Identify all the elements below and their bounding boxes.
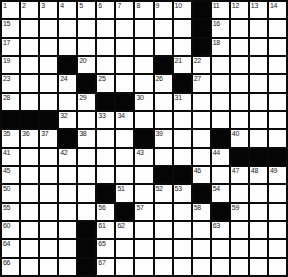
- clue-number-29: 29: [79, 94, 86, 102]
- cell-r3c4[interactable]: [59, 39, 76, 55]
- cell-r7c15[interactable]: [269, 112, 286, 128]
- clue-number-30: 30: [136, 94, 143, 102]
- cell-r10c7[interactable]: [116, 167, 133, 183]
- clue-number-33: 33: [98, 112, 105, 120]
- cell-r7c6[interactable]: 33: [97, 112, 114, 128]
- cell-r2c10[interactable]: [174, 20, 191, 36]
- cell-r1c15[interactable]: 14: [269, 2, 286, 18]
- cell-r11c13[interactable]: [231, 185, 248, 201]
- cell-r8c2[interactable]: 36: [21, 130, 38, 146]
- clue-number-46: 46: [194, 167, 201, 175]
- cell-r8c10[interactable]: [174, 130, 191, 146]
- black-cell-r11c6: [97, 185, 114, 201]
- cell-r13c12[interactable]: 63: [212, 222, 229, 238]
- cell-r4c8[interactable]: [135, 57, 152, 73]
- cell-r1c7[interactable]: 7: [116, 2, 133, 18]
- cell-r10c8[interactable]: [135, 167, 152, 183]
- cell-r7c10[interactable]: [174, 112, 191, 128]
- clue-number-40: 40: [232, 130, 239, 138]
- cell-r6c3[interactable]: [40, 94, 57, 110]
- clue-number-21: 21: [175, 57, 182, 65]
- clue-number-17: 17: [3, 39, 10, 47]
- cell-r5c14[interactable]: [250, 75, 267, 91]
- cell-r11c7[interactable]: 51: [116, 185, 133, 201]
- cell-r14c13[interactable]: [231, 240, 248, 256]
- cell-r14c11[interactable]: [193, 240, 210, 256]
- clue-number-32: 32: [60, 112, 67, 120]
- cell-r8c14[interactable]: [250, 130, 267, 146]
- clue-number-55: 55: [3, 204, 10, 212]
- cell-r5c6[interactable]: 25: [97, 75, 114, 91]
- clue-number-9: 9: [156, 2, 160, 10]
- cell-r3c14[interactable]: [250, 39, 267, 55]
- clue-number-60: 60: [3, 222, 10, 230]
- cell-r12c8[interactable]: 57: [135, 204, 152, 220]
- cell-r1c13[interactable]: 12: [231, 2, 248, 18]
- cell-r6c4[interactable]: [59, 94, 76, 110]
- cell-r15c8[interactable]: [135, 259, 152, 275]
- cell-r14c7[interactable]: [116, 240, 133, 256]
- cell-r15c12[interactable]: [212, 259, 229, 275]
- cell-r12c4[interactable]: [59, 204, 76, 220]
- cell-r13c11[interactable]: [193, 222, 210, 238]
- clue-number-50: 50: [3, 185, 10, 193]
- cell-r15c13[interactable]: [231, 259, 248, 275]
- cell-r1c3[interactable]: 3: [40, 2, 57, 18]
- cell-r9c8[interactable]: 43: [135, 149, 152, 165]
- cell-r8c15[interactable]: [269, 130, 286, 146]
- cell-r10c2[interactable]: [21, 167, 38, 183]
- clue-number-39: 39: [156, 130, 163, 138]
- black-cell-r8c8: [135, 130, 152, 146]
- clue-number-52: 52: [156, 185, 163, 193]
- clue-number-37: 37: [41, 130, 48, 138]
- black-cell-r8c4: [59, 130, 76, 146]
- cell-r13c3[interactable]: [40, 222, 57, 238]
- clue-number-26: 26: [156, 75, 163, 83]
- cell-r1c2[interactable]: 2: [21, 2, 38, 18]
- cell-r5c9[interactable]: 26: [155, 75, 172, 91]
- cell-r14c6[interactable]: 65: [97, 240, 114, 256]
- clue-number-19: 19: [3, 57, 10, 65]
- cell-r15c1[interactable]: 66: [2, 259, 19, 275]
- clue-number-8: 8: [136, 2, 140, 10]
- cell-r4c2[interactable]: [21, 57, 38, 73]
- clue-number-7: 7: [117, 2, 121, 10]
- clue-number-20: 20: [79, 57, 86, 65]
- clue-number-16: 16: [213, 20, 220, 28]
- cell-r3c13[interactable]: [231, 39, 248, 55]
- cell-r7c14[interactable]: [250, 112, 267, 128]
- cell-r2c6[interactable]: [97, 20, 114, 36]
- cell-r13c1[interactable]: 60: [2, 222, 19, 238]
- cell-r2c14[interactable]: [250, 20, 267, 36]
- cell-r15c6[interactable]: 67: [97, 259, 114, 275]
- cell-r8c13[interactable]: 40: [231, 130, 248, 146]
- cell-r3c10[interactable]: [174, 39, 191, 55]
- cell-r12c13[interactable]: 59: [231, 204, 248, 220]
- clue-number-58: 58: [194, 204, 201, 212]
- cell-r6c8[interactable]: 30: [135, 94, 152, 110]
- black-cell-r8c12: [212, 130, 229, 146]
- cell-r3c12[interactable]: 18: [212, 39, 229, 55]
- cell-r9c2[interactable]: [21, 149, 38, 165]
- cell-r4c5[interactable]: 20: [78, 57, 95, 73]
- black-cell-r12c12: [212, 204, 229, 220]
- clue-number-48: 48: [251, 167, 258, 175]
- cell-r8c7[interactable]: [116, 130, 133, 146]
- cell-r10c4[interactable]: [59, 167, 76, 183]
- cell-r4c13[interactable]: [231, 57, 248, 73]
- cell-r14c4[interactable]: [59, 240, 76, 256]
- cell-r2c15[interactable]: [269, 20, 286, 36]
- cell-r8c3[interactable]: 37: [40, 130, 57, 146]
- cell-r14c8[interactable]: [135, 240, 152, 256]
- cell-r3c6[interactable]: [97, 39, 114, 55]
- cell-r8c5[interactable]: 38: [78, 130, 95, 146]
- clue-number-23: 23: [3, 75, 10, 83]
- clue-number-61: 61: [98, 222, 105, 230]
- clue-number-47: 47: [232, 167, 239, 175]
- black-cell-r5c5: [78, 75, 95, 91]
- black-cell-r2c11: [193, 20, 210, 36]
- black-cell-r1c11: [193, 2, 210, 18]
- clue-number-63: 63: [213, 222, 220, 230]
- cell-r5c4[interactable]: 24: [59, 75, 76, 91]
- crossword-grid: 1234567891011121314151617181920212223242…: [0, 0, 288, 277]
- cell-r6c13[interactable]: [231, 94, 248, 110]
- black-cell-r7c1: [2, 112, 19, 128]
- cell-r3c15[interactable]: [269, 39, 286, 55]
- cell-r10c1[interactable]: 45: [2, 167, 19, 183]
- cell-r1c12[interactable]: 11: [212, 2, 229, 18]
- cell-r3c7[interactable]: [116, 39, 133, 55]
- cell-r15c9[interactable]: [155, 259, 172, 275]
- clue-number-65: 65: [98, 240, 105, 248]
- cell-r4c15[interactable]: [269, 57, 286, 73]
- clue-number-11: 11: [213, 2, 220, 10]
- cell-r9c12[interactable]: 44: [212, 149, 229, 165]
- cell-r3c5[interactable]: [78, 39, 95, 55]
- cell-r2c13[interactable]: [231, 20, 248, 36]
- cell-r11c14[interactable]: [250, 185, 267, 201]
- cell-r8c6[interactable]: [97, 130, 114, 146]
- cell-r14c14[interactable]: [250, 240, 267, 256]
- black-cell-r5c10: [174, 75, 191, 91]
- clue-number-42: 42: [60, 149, 67, 157]
- black-cell-r9c15: [269, 149, 286, 165]
- cell-r1c8[interactable]: 8: [135, 2, 152, 18]
- cell-r2c8[interactable]: [135, 20, 152, 36]
- clue-number-10: 10: [175, 2, 182, 10]
- clue-number-12: 12: [232, 2, 239, 10]
- clue-number-24: 24: [60, 75, 67, 83]
- cell-r13c2[interactable]: [21, 222, 38, 238]
- clue-number-67: 67: [98, 259, 105, 267]
- cell-r5c3[interactable]: [40, 75, 57, 91]
- cell-r10c3[interactable]: [40, 167, 57, 183]
- clue-number-6: 6: [98, 2, 102, 10]
- cell-r9c6[interactable]: [97, 149, 114, 165]
- cell-r3c1[interactable]: 17: [2, 39, 19, 55]
- cell-r6c9[interactable]: [155, 94, 172, 110]
- cell-r2c1[interactable]: 15: [2, 20, 19, 36]
- cell-r12c1[interactable]: 55: [2, 204, 19, 220]
- cell-r5c12[interactable]: [212, 75, 229, 91]
- cell-r7c4[interactable]: 32: [59, 112, 76, 128]
- cell-r6c5[interactable]: 29: [78, 94, 95, 110]
- clue-number-54: 54: [213, 185, 220, 193]
- black-cell-r13c5: [78, 222, 95, 238]
- cell-r12c11[interactable]: 58: [193, 204, 210, 220]
- clue-number-57: 57: [136, 204, 143, 212]
- cell-r15c11[interactable]: [193, 259, 210, 275]
- clue-number-45: 45: [3, 167, 10, 175]
- cell-r15c10[interactable]: [174, 259, 191, 275]
- clue-number-25: 25: [98, 75, 105, 83]
- cell-r14c9[interactable]: [155, 240, 172, 256]
- clue-number-3: 3: [41, 2, 45, 10]
- black-cell-r4c4: [59, 57, 76, 73]
- cell-r10c13[interactable]: 47: [231, 167, 248, 183]
- cell-r10c12[interactable]: [212, 167, 229, 183]
- cell-r9c5[interactable]: [78, 149, 95, 165]
- cell-r4c12[interactable]: [212, 57, 229, 73]
- cell-r14c12[interactable]: [212, 240, 229, 256]
- black-cell-r7c3: [40, 112, 57, 128]
- cell-r2c7[interactable]: [116, 20, 133, 36]
- cell-r7c7[interactable]: 34: [116, 112, 133, 128]
- cell-r6c15[interactable]: [269, 94, 286, 110]
- clue-number-38: 38: [79, 130, 86, 138]
- clue-number-27: 27: [194, 75, 201, 83]
- cell-r6c14[interactable]: [250, 94, 267, 110]
- cell-r8c11[interactable]: [193, 130, 210, 146]
- cell-r11c5[interactable]: [78, 185, 95, 201]
- cell-r4c3[interactable]: [40, 57, 57, 73]
- cell-r5c2[interactable]: [21, 75, 38, 91]
- cell-r9c7[interactable]: [116, 149, 133, 165]
- cell-r11c4[interactable]: [59, 185, 76, 201]
- cell-r13c15[interactable]: [269, 222, 286, 238]
- cell-r5c8[interactable]: [135, 75, 152, 91]
- cell-r6c11[interactable]: [193, 94, 210, 110]
- cell-r12c9[interactable]: [155, 204, 172, 220]
- cell-r11c1[interactable]: 50: [2, 185, 19, 201]
- cell-r2c9[interactable]: [155, 20, 172, 36]
- cell-r14c2[interactable]: [21, 240, 38, 256]
- cell-r13c13[interactable]: [231, 222, 248, 238]
- cell-r15c2[interactable]: [21, 259, 38, 275]
- cell-r14c10[interactable]: [174, 240, 191, 256]
- black-cell-r9c14: [250, 149, 267, 165]
- black-cell-r3c11: [193, 39, 210, 55]
- cell-r2c5[interactable]: [78, 20, 95, 36]
- clue-number-35: 35: [3, 130, 10, 138]
- cell-r3c8[interactable]: [135, 39, 152, 55]
- clue-number-51: 51: [117, 185, 124, 193]
- cell-r11c2[interactable]: [21, 185, 38, 201]
- cell-r1c9[interactable]: 9: [155, 2, 172, 18]
- cell-r7c12[interactable]: [212, 112, 229, 128]
- cell-r1c5[interactable]: 5: [78, 2, 95, 18]
- cell-r7c11[interactable]: [193, 112, 210, 128]
- cell-r5c11[interactable]: 27: [193, 75, 210, 91]
- cell-r11c3[interactable]: [40, 185, 57, 201]
- clue-number-13: 13: [251, 2, 258, 10]
- cell-r4c10[interactable]: 21: [174, 57, 191, 73]
- cell-r1c10[interactable]: 10: [174, 2, 191, 18]
- cell-r11c12[interactable]: 54: [212, 185, 229, 201]
- black-cell-r15c5: [78, 259, 95, 275]
- cell-r6c2[interactable]: [21, 94, 38, 110]
- cell-r2c2[interactable]: [21, 20, 38, 36]
- cell-r11c9[interactable]: 52: [155, 185, 172, 201]
- clue-number-41: 41: [3, 149, 10, 157]
- cell-r6c10[interactable]: 31: [174, 94, 191, 110]
- cell-r2c4[interactable]: [59, 20, 76, 36]
- cell-r1c4[interactable]: 4: [59, 2, 76, 18]
- black-cell-r7c2: [21, 112, 38, 128]
- cell-r5c1[interactable]: 23: [2, 75, 19, 91]
- clue-number-22: 22: [194, 57, 201, 65]
- cell-r14c15[interactable]: [269, 240, 286, 256]
- clue-number-2: 2: [22, 2, 26, 10]
- cell-r9c11[interactable]: [193, 149, 210, 165]
- black-cell-r10c10: [174, 167, 191, 183]
- clue-number-56: 56: [98, 204, 105, 212]
- clue-number-1: 1: [3, 2, 7, 10]
- cell-r12c6[interactable]: 56: [97, 204, 114, 220]
- black-cell-r12c7: [116, 204, 133, 220]
- cell-r6c12[interactable]: [212, 94, 229, 110]
- cell-r12c14[interactable]: [250, 204, 267, 220]
- cell-r4c14[interactable]: [250, 57, 267, 73]
- cell-r7c9[interactable]: [155, 112, 172, 128]
- cell-r4c6[interactable]: [97, 57, 114, 73]
- cell-r5c7[interactable]: [116, 75, 133, 91]
- cell-r4c11[interactable]: 22: [193, 57, 210, 73]
- cell-r1c1[interactable]: 1: [2, 2, 19, 18]
- clue-number-34: 34: [117, 112, 124, 120]
- cell-r13c8[interactable]: [135, 222, 152, 238]
- cell-r8c1[interactable]: 35: [2, 130, 19, 146]
- black-cell-r9c13: [231, 149, 248, 165]
- clue-number-15: 15: [3, 20, 10, 28]
- cell-r3c3[interactable]: [40, 39, 57, 55]
- cell-r10c5[interactable]: [78, 167, 95, 183]
- cell-r13c4[interactable]: [59, 222, 76, 238]
- cell-r13c6[interactable]: 61: [97, 222, 114, 238]
- cell-r15c15[interactable]: [269, 259, 286, 275]
- clue-number-62: 62: [117, 222, 124, 230]
- cell-r10c15[interactable]: 49: [269, 167, 286, 183]
- cell-r10c11[interactable]: 46: [193, 167, 210, 183]
- clue-number-44: 44: [213, 149, 220, 157]
- cell-r12c2[interactable]: [21, 204, 38, 220]
- cell-r14c1[interactable]: 64: [2, 240, 19, 256]
- cell-r9c3[interactable]: [40, 149, 57, 165]
- cell-r7c13[interactable]: [231, 112, 248, 128]
- cell-r12c3[interactable]: [40, 204, 57, 220]
- cell-r2c3[interactable]: [40, 20, 57, 36]
- cell-r7c8[interactable]: [135, 112, 152, 128]
- cell-r3c9[interactable]: [155, 39, 172, 55]
- clue-number-64: 64: [3, 240, 10, 248]
- cell-r6c1[interactable]: 28: [2, 94, 19, 110]
- cell-r15c3[interactable]: [40, 259, 57, 275]
- cell-r13c14[interactable]: [250, 222, 267, 238]
- cell-r15c7[interactable]: [116, 259, 133, 275]
- clue-number-18: 18: [213, 39, 220, 47]
- clue-number-31: 31: [175, 94, 182, 102]
- cell-r1c14[interactable]: 13: [250, 2, 267, 18]
- cell-r8c9[interactable]: 39: [155, 130, 172, 146]
- cell-r2c12[interactable]: 16: [212, 20, 229, 36]
- cell-r1c6[interactable]: 6: [97, 2, 114, 18]
- black-cell-r11c11: [193, 185, 210, 201]
- cell-r12c10[interactable]: [174, 204, 191, 220]
- clue-number-43: 43: [136, 149, 143, 157]
- cell-r9c10[interactable]: [174, 149, 191, 165]
- cell-r13c10[interactable]: [174, 222, 191, 238]
- cell-r15c4[interactable]: [59, 259, 76, 275]
- cell-r12c5[interactable]: [78, 204, 95, 220]
- cell-r14c3[interactable]: [40, 240, 57, 256]
- clue-number-36: 36: [22, 130, 29, 138]
- cell-r7c5[interactable]: [78, 112, 95, 128]
- cell-r12c15[interactable]: [269, 204, 286, 220]
- clue-number-4: 4: [60, 2, 64, 10]
- cell-r11c15[interactable]: [269, 185, 286, 201]
- clue-number-59: 59: [232, 204, 239, 212]
- cell-r9c9[interactable]: [155, 149, 172, 165]
- clue-number-5: 5: [79, 2, 83, 10]
- clue-number-53: 53: [175, 185, 182, 193]
- cell-r5c13[interactable]: [231, 75, 248, 91]
- cell-r9c1[interactable]: 41: [2, 149, 19, 165]
- clue-number-14: 14: [270, 2, 277, 10]
- cell-r3c2[interactable]: [21, 39, 38, 55]
- black-cell-r14c5: [78, 240, 95, 256]
- cell-r10c6[interactable]: [97, 167, 114, 183]
- cell-r13c9[interactable]: [155, 222, 172, 238]
- cell-r4c7[interactable]: [116, 57, 133, 73]
- black-cell-r4c9: [155, 57, 172, 73]
- clue-number-28: 28: [3, 94, 10, 102]
- black-cell-r6c7: [116, 94, 133, 110]
- clue-number-49: 49: [270, 167, 277, 175]
- black-cell-r10c9: [155, 167, 172, 183]
- cell-r4c1[interactable]: 19: [2, 57, 19, 73]
- cell-r5c15[interactable]: [269, 75, 286, 91]
- cell-r10c14[interactable]: 48: [250, 167, 267, 183]
- black-cell-r6c6: [97, 94, 114, 110]
- cell-r15c14[interactable]: [250, 259, 267, 275]
- cell-r13c7[interactable]: 62: [116, 222, 133, 238]
- cell-r11c10[interactable]: 53: [174, 185, 191, 201]
- clue-number-66: 66: [3, 259, 10, 267]
- cell-r9c4[interactable]: 42: [59, 149, 76, 165]
- cell-r11c8[interactable]: [135, 185, 152, 201]
